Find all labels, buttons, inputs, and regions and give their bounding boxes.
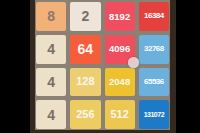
screen: 8 2 8192 16384 4 64 4096 32768 4 128 204… <box>0 0 200 133</box>
touch-indicator <box>128 57 139 68</box>
tile: 128 <box>70 68 100 97</box>
tile: 8192 <box>105 2 135 31</box>
tile: 4 <box>36 100 66 129</box>
tile: 4 <box>36 35 66 64</box>
tile: 4 <box>36 68 66 97</box>
tile: 64 <box>70 35 100 64</box>
tile: 16384 <box>139 2 169 31</box>
board-frame: 8 2 8192 16384 4 64 4096 32768 4 128 204… <box>30 0 176 133</box>
tile: 256 <box>70 100 100 129</box>
tile-grid: 8 2 8192 16384 4 64 4096 32768 4 128 204… <box>35 0 170 130</box>
tile: 2 <box>70 2 100 31</box>
tile: 8 <box>36 2 66 31</box>
tile: 65536 <box>139 68 169 97</box>
tile: 131072 <box>139 100 169 129</box>
tile: 32768 <box>139 35 169 64</box>
tile: 2048 <box>105 68 135 97</box>
game-board[interactable]: 8 2 8192 16384 4 64 4096 32768 4 128 204… <box>35 0 170 130</box>
tile: 512 <box>105 100 135 129</box>
